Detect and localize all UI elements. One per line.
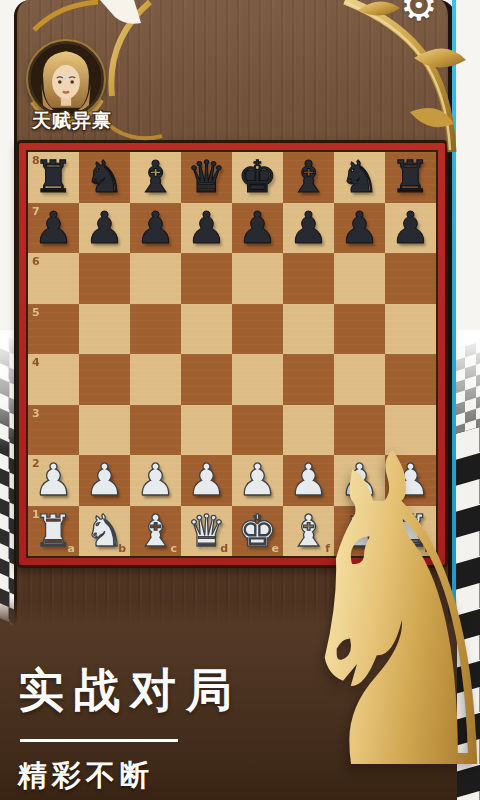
square-e7[interactable]: ♟ — [232, 203, 283, 254]
square-c4[interactable] — [130, 354, 181, 405]
square-b5[interactable] — [79, 304, 130, 355]
file-label-b: b — [118, 542, 126, 555]
avatar-portrait — [31, 44, 101, 114]
square-c7[interactable]: ♟ — [130, 203, 181, 254]
square-b1[interactable]: b♞ — [79, 506, 130, 557]
square-a4[interactable]: 4 — [28, 354, 79, 405]
square-h5[interactable] — [385, 304, 436, 355]
square-e8[interactable]: ♚ — [232, 152, 283, 203]
promo-divider — [20, 739, 178, 742]
square-f7[interactable]: ♟ — [283, 203, 334, 254]
square-a8[interactable]: 8♜ — [28, 152, 79, 203]
promo-block: 实战对局 精彩不断 — [18, 664, 242, 796]
square-b4[interactable] — [79, 354, 130, 405]
piece-black-pawn[interactable]: ♟ — [130, 203, 181, 252]
square-a2[interactable]: 2♟ — [28, 455, 79, 506]
square-d4[interactable] — [181, 354, 232, 405]
piece-black-pawn[interactable]: ♟ — [334, 203, 385, 252]
piece-black-rook[interactable]: ♜ — [385, 152, 436, 201]
square-b3[interactable] — [79, 405, 130, 456]
square-g8[interactable]: ♞ — [334, 152, 385, 203]
square-a5[interactable]: 5 — [28, 304, 79, 355]
square-d6[interactable] — [181, 253, 232, 304]
square-f6[interactable] — [283, 253, 334, 304]
piece-black-queen[interactable]: ♛ — [181, 152, 232, 201]
square-a6[interactable]: 6 — [28, 253, 79, 304]
promo-title: 实战对局 — [18, 664, 242, 717]
square-a1[interactable]: 1a♜ — [28, 506, 79, 557]
rank-label-4: 4 — [32, 356, 40, 369]
square-g5[interactable] — [334, 304, 385, 355]
square-b7[interactable]: ♟ — [79, 203, 130, 254]
rank-label-7: 7 — [32, 205, 40, 218]
square-d1[interactable]: d♛ — [181, 506, 232, 557]
piece-black-king[interactable]: ♚ — [232, 152, 283, 201]
rank-label-2: 2 — [32, 457, 40, 470]
square-c2[interactable]: ♟ — [130, 455, 181, 506]
piece-black-pawn[interactable]: ♟ — [385, 203, 436, 252]
square-e4[interactable] — [232, 354, 283, 405]
piece-white-pawn[interactable]: ♟ — [130, 455, 181, 504]
rank-label-8: 8 — [32, 154, 40, 167]
player-profile[interactable] — [28, 41, 104, 117]
square-f8[interactable]: ♝ — [283, 152, 334, 203]
square-d5[interactable] — [181, 304, 232, 355]
piece-white-pawn[interactable]: ♟ — [232, 455, 283, 504]
avatar[interactable] — [28, 41, 104, 117]
square-e6[interactable] — [232, 253, 283, 304]
piece-white-pawn[interactable]: ♟ — [181, 455, 232, 504]
square-e1[interactable]: e♚ — [232, 506, 283, 557]
player-name: 天赋异禀 — [20, 108, 124, 134]
file-label-d: d — [220, 542, 228, 555]
square-c6[interactable] — [130, 253, 181, 304]
square-d8[interactable]: ♛ — [181, 152, 232, 203]
square-d2[interactable]: ♟ — [181, 455, 232, 506]
square-e2[interactable]: ♟ — [232, 455, 283, 506]
piece-black-bishop[interactable]: ♝ — [130, 152, 181, 201]
square-g6[interactable] — [334, 253, 385, 304]
gold-knight-statue: ♞ — [281, 400, 480, 800]
file-label-c: c — [170, 542, 177, 555]
square-d3[interactable] — [181, 405, 232, 456]
piece-black-bishop[interactable]: ♝ — [283, 152, 334, 201]
square-e3[interactable] — [232, 405, 283, 456]
piece-black-knight[interactable]: ♞ — [334, 152, 385, 201]
square-g7[interactable]: ♟ — [334, 203, 385, 254]
piece-black-knight[interactable]: ♞ — [79, 152, 130, 201]
piece-black-pawn[interactable]: ♟ — [232, 203, 283, 252]
square-b2[interactable]: ♟ — [79, 455, 130, 506]
rank-label-1: 1 — [32, 508, 40, 521]
settings-gear-icon[interactable]: ⚙ — [400, 0, 438, 27]
piece-white-pawn[interactable]: ♟ — [79, 455, 130, 504]
file-label-a: a — [68, 542, 75, 555]
piece-black-pawn[interactable]: ♟ — [79, 203, 130, 252]
square-c1[interactable]: c♝ — [130, 506, 181, 557]
piece-black-pawn[interactable]: ♟ — [181, 203, 232, 252]
square-c3[interactable] — [130, 405, 181, 456]
square-d7[interactable]: ♟ — [181, 203, 232, 254]
square-h6[interactable] — [385, 253, 436, 304]
file-label-e: e — [272, 542, 279, 555]
app-screen: 天赋异禀 ⚙ 8♜♞♝♛♚♝♞♜7♟♟♟♟♟♟♟♟65432♟♟♟♟♟♟♟♟1a… — [0, 0, 480, 800]
piece-black-pawn[interactable]: ♟ — [283, 203, 334, 252]
square-h8[interactable]: ♜ — [385, 152, 436, 203]
rank-label-5: 5 — [32, 306, 40, 319]
square-a7[interactable]: 7♟ — [28, 203, 79, 254]
square-c5[interactable] — [130, 304, 181, 355]
square-f5[interactable] — [283, 304, 334, 355]
rank-label-3: 3 — [32, 407, 40, 420]
square-b6[interactable] — [79, 253, 130, 304]
square-a3[interactable]: 3 — [28, 405, 79, 456]
rank-label-6: 6 — [32, 255, 40, 268]
square-c8[interactable]: ♝ — [130, 152, 181, 203]
square-e5[interactable] — [232, 304, 283, 355]
promo-subtitle: 精彩不断 — [18, 756, 242, 796]
square-h7[interactable]: ♟ — [385, 203, 436, 254]
square-b8[interactable]: ♞ — [79, 152, 130, 203]
